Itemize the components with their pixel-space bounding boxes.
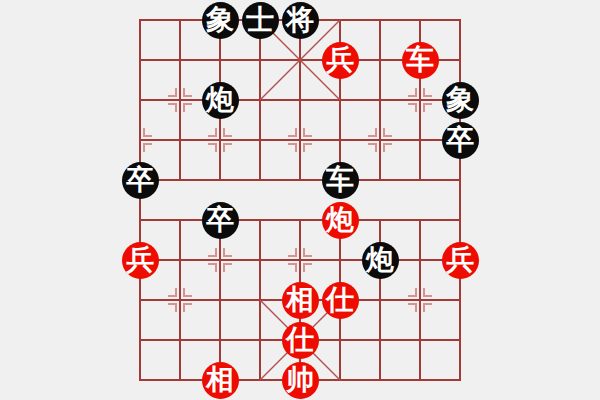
piece-red-pawn[interactable]: 兵 — [442, 242, 479, 279]
piece-black-cannon[interactable]: 炮 — [202, 82, 239, 119]
piece-red-cannon[interactable]: 炮 — [322, 202, 359, 239]
piece-red-advisor[interactable]: 仕 — [282, 322, 319, 359]
piece-black-advisor[interactable]: 士 — [242, 2, 279, 39]
piece-red-general[interactable]: 帅 — [282, 362, 319, 399]
piece-black-pawn[interactable]: 卒 — [122, 162, 159, 199]
piece-black-chariot[interactable]: 车 — [322, 162, 359, 199]
piece-black-pawn[interactable]: 卒 — [442, 122, 479, 159]
piece-red-pawn[interactable]: 兵 — [322, 42, 359, 79]
piece-red-chariot[interactable]: 车 — [402, 42, 439, 79]
piece-black-pawn[interactable]: 卒 — [202, 202, 239, 239]
xiangqi-board-screenshot: 象士将炮象卒卒车卒炮兵车炮兵兵相仕仕相帅 — [0, 0, 600, 400]
piece-black-elephant[interactable]: 象 — [442, 82, 479, 119]
pieces-layer: 象士将炮象卒卒车卒炮兵车炮兵兵相仕仕相帅 — [0, 0, 600, 400]
piece-red-pawn[interactable]: 兵 — [122, 242, 159, 279]
piece-black-elephant[interactable]: 象 — [202, 2, 239, 39]
piece-red-elephant[interactable]: 相 — [202, 362, 239, 399]
piece-red-advisor[interactable]: 仕 — [322, 282, 359, 319]
piece-black-cannon[interactable]: 炮 — [362, 242, 399, 279]
piece-black-general[interactable]: 将 — [282, 2, 319, 39]
piece-red-elephant[interactable]: 相 — [282, 282, 319, 319]
